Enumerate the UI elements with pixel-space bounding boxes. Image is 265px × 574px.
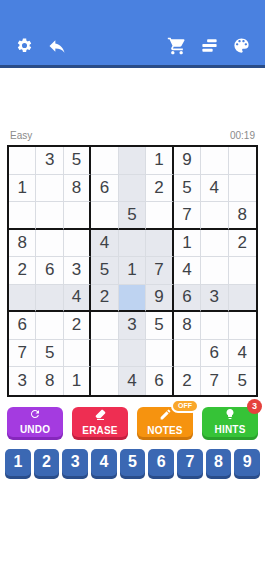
- cell-r8c7[interactable]: [174, 340, 201, 368]
- cell-r7c8[interactable]: [201, 312, 228, 340]
- cell-r7c7[interactable]: 8: [174, 312, 201, 340]
- numpad-5[interactable]: 5: [120, 449, 146, 476]
- action-buttons: UNDO ERASE OFF NOTES 3 HINTS: [7, 407, 258, 437]
- numpad-9[interactable]: 9: [234, 449, 260, 476]
- cart-icon[interactable]: [166, 35, 188, 57]
- cell-r6c2[interactable]: [36, 285, 63, 313]
- cell-r1c3[interactable]: 5: [64, 147, 91, 175]
- notes-button[interactable]: OFF NOTES: [137, 407, 193, 437]
- numpad-3[interactable]: 3: [62, 449, 88, 476]
- cell-r1c7[interactable]: 9: [174, 147, 201, 175]
- header-left-icons: [13, 35, 68, 57]
- cell-r1c5[interactable]: [119, 147, 146, 175]
- cell-r4c8[interactable]: [201, 230, 228, 258]
- cell-r7c2[interactable]: [36, 312, 63, 340]
- cell-r9c6[interactable]: 6: [146, 367, 173, 395]
- cell-r8c6[interactable]: [146, 340, 173, 368]
- cell-r8c3[interactable]: [64, 340, 91, 368]
- cell-r3c7[interactable]: 7: [174, 202, 201, 230]
- cell-r3c2[interactable]: [36, 202, 63, 230]
- cell-r8c2[interactable]: 5: [36, 340, 63, 368]
- numpad-2[interactable]: 2: [34, 449, 60, 476]
- pencil-icon: [159, 408, 172, 424]
- cell-r2c9[interactable]: [229, 175, 256, 203]
- cell-r4c4[interactable]: 4: [91, 230, 118, 258]
- cell-r7c4[interactable]: [91, 312, 118, 340]
- cell-r5c5[interactable]: 1: [119, 257, 146, 285]
- cell-r9c9[interactable]: 5: [229, 367, 256, 395]
- cell-r9c7[interactable]: 2: [174, 367, 201, 395]
- cell-r8c9[interactable]: 4: [229, 340, 256, 368]
- cell-r3c6[interactable]: [146, 202, 173, 230]
- game-info-row: Easy 00:19: [0, 130, 265, 141]
- cell-r6c1[interactable]: [9, 285, 36, 313]
- back-icon[interactable]: [46, 35, 68, 57]
- cell-r6c9[interactable]: [229, 285, 256, 313]
- cell-r5c9[interactable]: [229, 257, 256, 285]
- cell-r2c6[interactable]: 2: [146, 175, 173, 203]
- cell-r2c4[interactable]: 6: [91, 175, 118, 203]
- cell-r7c3[interactable]: 2: [64, 312, 91, 340]
- cell-r6c8[interactable]: 3: [201, 285, 228, 313]
- sudoku-board: 3519186254578841226351744296362358756438…: [7, 145, 258, 397]
- cell-r9c1[interactable]: 3: [9, 367, 36, 395]
- cell-r1c1[interactable]: [9, 147, 36, 175]
- cell-r6c3[interactable]: 4: [64, 285, 91, 313]
- undo-label: UNDO: [20, 424, 50, 435]
- cell-r3c8[interactable]: [201, 202, 228, 230]
- numpad-4[interactable]: 4: [91, 449, 117, 476]
- numpad-6[interactable]: 6: [148, 449, 174, 476]
- cell-r3c1[interactable]: [9, 202, 36, 230]
- erase-button[interactable]: ERASE: [72, 407, 128, 437]
- cell-r5c8[interactable]: [201, 257, 228, 285]
- cell-r8c8[interactable]: 6: [201, 340, 228, 368]
- cell-r5c4[interactable]: 5: [91, 257, 118, 285]
- cell-r1c6[interactable]: 1: [146, 147, 173, 175]
- cell-r5c3[interactable]: 3: [64, 257, 91, 285]
- numpad-8[interactable]: 8: [206, 449, 232, 476]
- cell-r2c2[interactable]: [36, 175, 63, 203]
- cell-r5c6[interactable]: 7: [146, 257, 173, 285]
- cell-r7c6[interactable]: 5: [146, 312, 173, 340]
- cell-r2c8[interactable]: 4: [201, 175, 228, 203]
- cell-r3c9[interactable]: 8: [229, 202, 256, 230]
- cell-r2c5[interactable]: [119, 175, 146, 203]
- cell-r2c1[interactable]: 1: [9, 175, 36, 203]
- cell-r4c3[interactable]: [64, 230, 91, 258]
- cell-r3c5[interactable]: 5: [119, 202, 146, 230]
- cell-r8c4[interactable]: [91, 340, 118, 368]
- erase-label: ERASE: [82, 425, 117, 436]
- cell-r8c5[interactable]: [119, 340, 146, 368]
- cell-r2c3[interactable]: 8: [64, 175, 91, 203]
- number-pad: 123456789: [5, 449, 260, 476]
- cell-r7c5[interactable]: 3: [119, 312, 146, 340]
- timer: 00:19: [230, 130, 255, 141]
- cell-r4c1[interactable]: 8: [9, 230, 36, 258]
- cell-r7c9[interactable]: [229, 312, 256, 340]
- cell-r4c6[interactable]: [146, 230, 173, 258]
- cell-r5c1[interactable]: 2: [9, 257, 36, 285]
- hints-count-badge: 3: [247, 399, 262, 414]
- cell-r1c4[interactable]: [91, 147, 118, 175]
- numpad-7[interactable]: 7: [177, 449, 203, 476]
- cell-r1c2[interactable]: 3: [36, 147, 63, 175]
- cell-r9c8[interactable]: 7: [201, 367, 228, 395]
- numpad-1[interactable]: 1: [5, 449, 31, 476]
- cell-r9c5[interactable]: 4: [119, 367, 146, 395]
- cell-r8c1[interactable]: 7: [9, 340, 36, 368]
- cell-r1c8[interactable]: [201, 147, 228, 175]
- cell-r4c5[interactable]: [119, 230, 146, 258]
- cell-r4c2[interactable]: [36, 230, 63, 258]
- cell-r5c7[interactable]: 4: [174, 257, 201, 285]
- cell-r6c7[interactable]: 6: [174, 285, 201, 313]
- cell-r5c2[interactable]: 6: [36, 257, 63, 285]
- cell-r4c9[interactable]: 2: [229, 230, 256, 258]
- header-right-icons: [166, 35, 252, 57]
- cell-r6c4[interactable]: 2: [91, 285, 118, 313]
- hints-button[interactable]: 3 HINTS: [202, 407, 258, 437]
- cell-r9c2[interactable]: 8: [36, 367, 63, 395]
- cell-r9c4[interactable]: [91, 367, 118, 395]
- notes-label: NOTES: [147, 425, 182, 436]
- settings-icon[interactable]: [13, 35, 35, 57]
- stats-icon[interactable]: [198, 35, 220, 57]
- app-header: [0, 0, 265, 68]
- cell-r3c3[interactable]: [64, 202, 91, 230]
- cell-r4c7[interactable]: 1: [174, 230, 201, 258]
- cell-r6c6[interactable]: 9: [146, 285, 173, 313]
- palette-icon[interactable]: [230, 35, 252, 57]
- cell-r9c3[interactable]: 1: [64, 367, 91, 395]
- cell-r2c7[interactable]: 5: [174, 175, 201, 203]
- cell-r7c1[interactable]: 6: [9, 312, 36, 340]
- lightbulb-icon: [224, 408, 236, 423]
- hints-label: HINTS: [215, 424, 246, 435]
- eraser-icon: [94, 408, 107, 424]
- cell-r1c9[interactable]: [229, 147, 256, 175]
- cell-r3c4[interactable]: [91, 202, 118, 230]
- cell-r6c5[interactable]: [119, 285, 146, 313]
- undo-button[interactable]: UNDO: [7, 407, 63, 437]
- difficulty-label: Easy: [10, 130, 32, 141]
- notes-off-badge: OFF: [171, 399, 199, 413]
- undo-icon: [29, 408, 41, 423]
